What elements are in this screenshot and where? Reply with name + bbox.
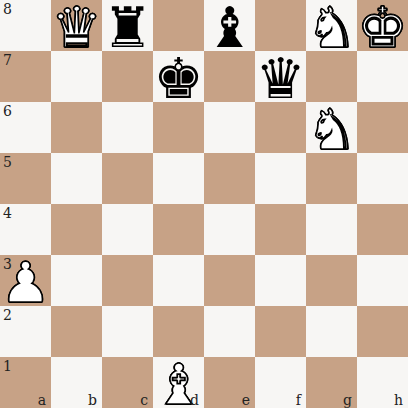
square-b8[interactable]: ♛ — [51, 0, 102, 51]
square-a3[interactable]: ♟3 — [0, 255, 51, 306]
square-e8[interactable]: ♝ — [204, 0, 255, 51]
square-e6[interactable] — [204, 102, 255, 153]
square-e2[interactable] — [204, 306, 255, 357]
rank-label-3: 3 — [3, 257, 12, 271]
black-queen-f7[interactable]: ♛ — [255, 51, 305, 107]
square-b7[interactable] — [51, 51, 102, 102]
square-d7[interactable]: ♚ — [153, 51, 204, 102]
square-b1[interactable]: b — [51, 357, 102, 408]
black-rook-c8[interactable]: ♜ — [102, 0, 152, 56]
square-h2[interactable] — [357, 306, 408, 357]
square-f4[interactable] — [255, 204, 306, 255]
square-e5[interactable] — [204, 153, 255, 204]
square-a5[interactable]: 5 — [0, 153, 51, 204]
square-b4[interactable] — [51, 204, 102, 255]
square-b6[interactable] — [51, 102, 102, 153]
square-g6[interactable]: ♞ — [306, 102, 357, 153]
white-knight-g6[interactable]: ♞ — [306, 102, 356, 158]
square-d6[interactable] — [153, 102, 204, 153]
file-label-b: b — [88, 393, 97, 407]
square-g3[interactable] — [306, 255, 357, 306]
square-f6[interactable] — [255, 102, 306, 153]
file-label-d: d — [190, 393, 199, 407]
file-label-e: e — [242, 393, 250, 407]
square-g7[interactable] — [306, 51, 357, 102]
rank-label-8: 8 — [3, 2, 12, 16]
square-c3[interactable] — [102, 255, 153, 306]
rank-label-1: 1 — [3, 359, 12, 373]
white-king-h8[interactable]: ♚ — [357, 0, 407, 56]
square-h7[interactable] — [357, 51, 408, 102]
square-d8[interactable] — [153, 0, 204, 51]
square-h5[interactable] — [357, 153, 408, 204]
square-c2[interactable] — [102, 306, 153, 357]
square-e7[interactable] — [204, 51, 255, 102]
square-f7[interactable]: ♛ — [255, 51, 306, 102]
square-h6[interactable] — [357, 102, 408, 153]
square-b2[interactable] — [51, 306, 102, 357]
file-label-g: g — [343, 393, 352, 407]
rank-label-7: 7 — [3, 53, 12, 67]
square-e3[interactable] — [204, 255, 255, 306]
square-b5[interactable] — [51, 153, 102, 204]
rank-label-5: 5 — [3, 155, 12, 169]
square-g2[interactable] — [306, 306, 357, 357]
square-g1[interactable]: g — [306, 357, 357, 408]
chess-board-container: 8♛♜♝♞♚7♚♛6♞54♟321abc♝defgh — [0, 0, 408, 408]
square-e4[interactable] — [204, 204, 255, 255]
file-label-f: f — [296, 393, 301, 407]
square-d4[interactable] — [153, 204, 204, 255]
square-f3[interactable] — [255, 255, 306, 306]
white-knight-g8[interactable]: ♞ — [306, 0, 356, 56]
square-c1[interactable]: c — [102, 357, 153, 408]
square-a6[interactable]: 6 — [0, 102, 51, 153]
square-d3[interactable] — [153, 255, 204, 306]
square-a4[interactable]: 4 — [0, 204, 51, 255]
file-label-a: a — [38, 393, 46, 407]
square-c8[interactable]: ♜ — [102, 0, 153, 51]
square-a7[interactable]: 7 — [0, 51, 51, 102]
rank-label-2: 2 — [3, 308, 12, 322]
chess-board: 8♛♜♝♞♚7♚♛6♞54♟321abc♝defgh — [0, 0, 408, 408]
square-d1[interactable]: ♝d — [153, 357, 204, 408]
square-f5[interactable] — [255, 153, 306, 204]
white-queen-b8[interactable]: ♛ — [51, 0, 101, 56]
square-h3[interactable] — [357, 255, 408, 306]
file-label-c: c — [140, 393, 148, 407]
file-label-h: h — [394, 393, 403, 407]
square-h8[interactable]: ♚ — [357, 0, 408, 51]
square-a2[interactable]: 2 — [0, 306, 51, 357]
square-c4[interactable] — [102, 204, 153, 255]
square-f8[interactable] — [255, 0, 306, 51]
black-king-d7[interactable]: ♚ — [153, 51, 203, 107]
square-c6[interactable] — [102, 102, 153, 153]
square-f1[interactable]: f — [255, 357, 306, 408]
square-e1[interactable]: e — [204, 357, 255, 408]
rank-label-4: 4 — [3, 206, 12, 220]
square-c7[interactable] — [102, 51, 153, 102]
square-g4[interactable] — [306, 204, 357, 255]
square-a8[interactable]: 8 — [0, 0, 51, 51]
square-c5[interactable] — [102, 153, 153, 204]
square-g8[interactable]: ♞ — [306, 0, 357, 51]
square-d2[interactable] — [153, 306, 204, 357]
square-a1[interactable]: 1a — [0, 357, 51, 408]
square-h1[interactable]: h — [357, 357, 408, 408]
square-b3[interactable] — [51, 255, 102, 306]
rank-label-6: 6 — [3, 104, 12, 118]
square-h4[interactable] — [357, 204, 408, 255]
square-f2[interactable] — [255, 306, 306, 357]
black-bishop-e8[interactable]: ♝ — [204, 0, 254, 56]
square-d5[interactable] — [153, 153, 204, 204]
square-g5[interactable] — [306, 153, 357, 204]
